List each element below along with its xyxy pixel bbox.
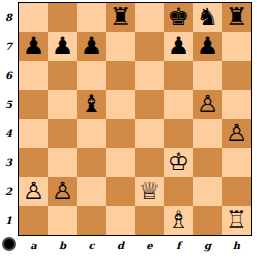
square-d5[interactable] [106, 90, 135, 119]
square-d6[interactable] [106, 61, 135, 90]
piece-black-pawn[interactable]: ♟ [168, 32, 190, 61]
square-f3[interactable]: ♔ [164, 148, 193, 177]
square-g3[interactable] [193, 148, 222, 177]
square-d3[interactable] [106, 148, 135, 177]
file-label-d: d [106, 237, 135, 253]
square-h4[interactable]: ♙ [222, 119, 251, 148]
square-a7[interactable]: ♟ [19, 32, 48, 61]
square-b8[interactable] [48, 3, 77, 32]
piece-black-pawn[interactable]: ♟ [81, 32, 103, 61]
piece-white-pawn[interactable]: ♙ [23, 177, 45, 206]
rank-label-5: 5 [0, 90, 17, 119]
rank-label-4: 4 [0, 119, 17, 148]
square-f2[interactable] [164, 177, 193, 206]
square-a5[interactable] [19, 90, 48, 119]
piece-white-pawn[interactable]: ♙ [226, 119, 248, 148]
file-label-g: g [193, 237, 222, 253]
piece-white-bishop[interactable]: ♗ [168, 206, 190, 235]
square-g5[interactable]: ♙ [193, 90, 222, 119]
square-b3[interactable] [48, 148, 77, 177]
square-b1[interactable] [48, 206, 77, 235]
square-h2[interactable] [222, 177, 251, 206]
square-b5[interactable] [48, 90, 77, 119]
square-a8[interactable] [19, 3, 48, 32]
square-a1[interactable] [19, 206, 48, 235]
piece-white-king[interactable]: ♔ [168, 148, 190, 177]
square-c2[interactable] [77, 177, 106, 206]
square-g6[interactable] [193, 61, 222, 90]
square-g1[interactable] [193, 206, 222, 235]
square-a6[interactable] [19, 61, 48, 90]
file-label-e: e [135, 237, 164, 253]
square-c7[interactable]: ♟ [77, 32, 106, 61]
file-label-f: f [164, 237, 193, 253]
chess-board[interactable]: ♜♚♞♜♟♟♟♟♟♝♙♙♔♙♙♕♗♖ [18, 2, 252, 236]
square-f7[interactable]: ♟ [164, 32, 193, 61]
square-c1[interactable] [77, 206, 106, 235]
square-e8[interactable] [135, 3, 164, 32]
file-label-c: c [77, 237, 106, 253]
rank-labels: 87654321 [0, 3, 17, 235]
piece-white-pawn[interactable]: ♙ [197, 90, 219, 119]
piece-black-king[interactable]: ♚ [168, 3, 190, 32]
square-f6[interactable] [164, 61, 193, 90]
piece-black-rook[interactable]: ♜ [110, 3, 132, 32]
square-b7[interactable]: ♟ [48, 32, 77, 61]
square-e1[interactable] [135, 206, 164, 235]
piece-white-rook[interactable]: ♖ [226, 206, 248, 235]
square-f4[interactable] [164, 119, 193, 148]
file-labels: abcdefgh [19, 237, 251, 253]
square-b2[interactable]: ♙ [48, 177, 77, 206]
rank-label-8: 8 [0, 3, 17, 32]
piece-black-pawn[interactable]: ♟ [197, 32, 219, 61]
square-e3[interactable] [135, 148, 164, 177]
rank-label-7: 7 [0, 32, 17, 61]
square-f1[interactable]: ♗ [164, 206, 193, 235]
square-c4[interactable] [77, 119, 106, 148]
square-e5[interactable] [135, 90, 164, 119]
piece-black-pawn[interactable]: ♟ [52, 32, 74, 61]
rank-label-1: 1 [0, 206, 17, 235]
square-e4[interactable] [135, 119, 164, 148]
square-d4[interactable] [106, 119, 135, 148]
square-b6[interactable] [48, 61, 77, 90]
rank-label-3: 3 [0, 148, 17, 177]
square-f8[interactable]: ♚ [164, 3, 193, 32]
piece-black-rook[interactable]: ♜ [226, 3, 248, 32]
square-e2[interactable]: ♕ [135, 177, 164, 206]
square-g2[interactable] [193, 177, 222, 206]
file-label-a: a [19, 237, 48, 253]
square-d8[interactable]: ♜ [106, 3, 135, 32]
black-to-move-indicator [2, 237, 16, 251]
rank-label-6: 6 [0, 61, 17, 90]
square-d7[interactable] [106, 32, 135, 61]
square-h3[interactable] [222, 148, 251, 177]
square-c8[interactable] [77, 3, 106, 32]
square-a4[interactable] [19, 119, 48, 148]
rank-label-2: 2 [0, 177, 17, 206]
square-a3[interactable] [19, 148, 48, 177]
file-label-b: b [48, 237, 77, 253]
square-e6[interactable] [135, 61, 164, 90]
square-c6[interactable] [77, 61, 106, 90]
square-h7[interactable] [222, 32, 251, 61]
square-c5[interactable]: ♝ [77, 90, 106, 119]
piece-black-knight[interactable]: ♞ [197, 3, 219, 32]
square-c3[interactable] [77, 148, 106, 177]
square-g4[interactable] [193, 119, 222, 148]
piece-black-bishop[interactable]: ♝ [81, 90, 103, 119]
square-f5[interactable] [164, 90, 193, 119]
square-d2[interactable] [106, 177, 135, 206]
square-b4[interactable] [48, 119, 77, 148]
square-g8[interactable]: ♞ [193, 3, 222, 32]
square-h8[interactable]: ♜ [222, 3, 251, 32]
chess-diagram: 87654321 ♜♚♞♜♟♟♟♟♟♝♙♙♔♙♙♕♗♖ abcdefgh [0, 0, 257, 257]
piece-black-pawn[interactable]: ♟ [23, 32, 45, 61]
piece-white-pawn[interactable]: ♙ [52, 177, 74, 206]
square-a2[interactable]: ♙ [19, 177, 48, 206]
piece-white-queen[interactable]: ♕ [139, 177, 161, 206]
square-h6[interactable] [222, 61, 251, 90]
square-d1[interactable] [106, 206, 135, 235]
square-h1[interactable]: ♖ [222, 206, 251, 235]
square-e7[interactable] [135, 32, 164, 61]
square-h5[interactable] [222, 90, 251, 119]
file-label-h: h [222, 237, 251, 253]
square-g7[interactable]: ♟ [193, 32, 222, 61]
